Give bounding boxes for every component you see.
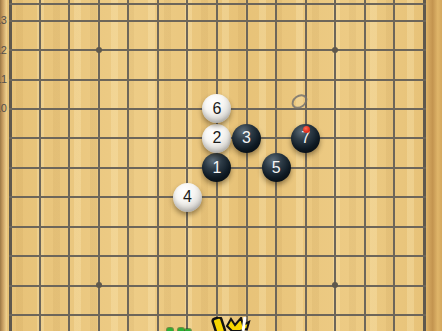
stone-move-number: 4: [183, 188, 192, 206]
partial-yellow-icon: [210, 317, 252, 331]
grid-line-horizontal: [9, 79, 426, 81]
row-label: 13: [0, 15, 7, 26]
row-label: 10: [0, 103, 7, 114]
stone-black-1: 1: [202, 153, 231, 182]
stone-move-number: 6: [213, 100, 222, 118]
stone-black-5: 5: [262, 153, 291, 182]
board-right-margin: [425, 0, 442, 331]
stone-move-number: 3: [242, 129, 251, 147]
grid-line-horizontal: [9, 226, 426, 228]
row-label: 12: [0, 45, 7, 56]
stone-white-4: 4: [173, 183, 202, 212]
stone-white-2: 2: [202, 124, 231, 153]
grid-line-horizontal: [9, 49, 426, 51]
stone-move-number: 1: [213, 159, 222, 177]
row-label: 11: [0, 74, 7, 85]
star-point: [96, 282, 102, 288]
grid-line-horizontal: [9, 3, 426, 5]
stone-white-6: 6: [202, 94, 231, 123]
stone-black-3: 3: [232, 124, 261, 153]
stone-move-number: 2: [213, 129, 222, 147]
stone-black-7: 7: [291, 124, 320, 153]
goban[interactable]: 13121110 1234567: [0, 0, 442, 331]
grid-line-horizontal: [9, 285, 426, 287]
star-point: [96, 47, 102, 53]
grid-line-horizontal: [9, 255, 426, 257]
star-point: [332, 47, 338, 53]
star-point: [332, 282, 338, 288]
grid-line-horizontal: [9, 314, 426, 316]
grid-line-horizontal: [9, 20, 426, 22]
grid-line-horizontal: [9, 196, 426, 198]
partial-green-fragment: [167, 328, 173, 331]
stone-move-number: 5: [272, 159, 281, 177]
